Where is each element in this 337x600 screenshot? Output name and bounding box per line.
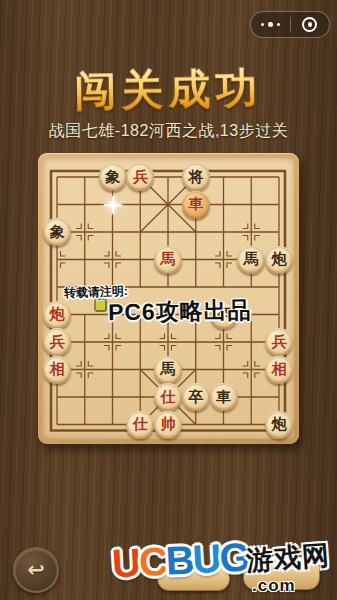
piece-char: 馬 [161,362,176,377]
piece-char: 象 [50,225,65,240]
close-button[interactable] [291,12,330,37]
piece-char: 仕 [133,417,148,432]
back-button[interactable]: ↩ [13,547,59,593]
piece-black-general[interactable]: 将 [182,163,210,191]
piece-black-elephant[interactable]: 象 [43,218,71,246]
page-title: 闯关成功 [0,59,337,121]
piece-black-cannon[interactable]: 炮 [265,246,293,274]
piece-black-soldier[interactable]: 卒 [210,301,238,329]
piece-red-general[interactable]: 帅 [154,411,182,439]
piece-char: 相 [50,362,65,377]
piece-char: 兵 [133,170,148,185]
piece-red-elephant[interactable]: 相 [265,356,293,384]
piece-black-horse[interactable]: 馬 [154,356,182,384]
watermark-icon [94,298,107,312]
piece-red-cannon[interactable]: 炮 [43,301,71,329]
piece-char: 炮 [272,417,287,432]
piece-char: 相 [272,362,287,377]
piece-red-elephant[interactable]: 相 [43,356,71,384]
piece-char: 帅 [161,417,176,432]
piece-char: 将 [188,170,203,185]
piece-char: 車 [216,390,231,405]
footer-button-left[interactable] [157,566,230,591]
more-icon [268,22,273,27]
piece-char: 兵 [50,335,65,350]
piece-red-chariot[interactable]: 車 [182,191,210,219]
more-button[interactable] [251,12,290,37]
piece-red-horse[interactable]: 馬 [154,246,182,274]
piece-red-soldier[interactable]: 兵 [43,328,71,356]
xiangqi-board: 象兵将車象馬馬炮炮卒兵兵相馬相仕卒車仕帅炮 [38,153,299,444]
piece-char: 卒 [216,307,231,322]
level-subtitle: 战国七雄-182河西之战,13步过关 [0,121,337,142]
piece-char: 卒 [188,390,203,405]
screen: { "game": "xiangqi", "position": { "fen"… [0,0,337,600]
miniprogram-capsule [250,11,330,38]
piece-red-soldier[interactable]: 兵 [265,328,293,356]
piece-red-advisor[interactable]: 仕 [154,383,182,411]
more-icon [261,23,264,26]
piece-char: 仕 [161,390,176,405]
piece-black-elephant[interactable]: 象 [99,163,127,191]
piece-black-chariot[interactable]: 車 [210,383,238,411]
piece-char: 炮 [272,252,287,267]
piece-char: 象 [105,170,120,185]
more-icon [277,23,280,26]
piece-char: 車 [188,197,203,212]
logo-letter: U [111,540,140,585]
piece-red-advisor[interactable]: 仕 [126,411,154,439]
close-icon [302,17,317,32]
piece-char: 兵 [272,335,287,350]
back-arrow-icon: ↩ [27,558,45,582]
piece-char: 馬 [161,252,176,267]
piece-char: 炮 [50,307,65,322]
piece-black-horse[interactable]: 馬 [237,246,265,274]
footer-button-right[interactable] [243,556,320,590]
piece-black-cannon[interactable]: 炮 [265,411,293,439]
piece-black-soldier[interactable]: 卒 [182,383,210,411]
piece-char: 馬 [244,252,259,267]
